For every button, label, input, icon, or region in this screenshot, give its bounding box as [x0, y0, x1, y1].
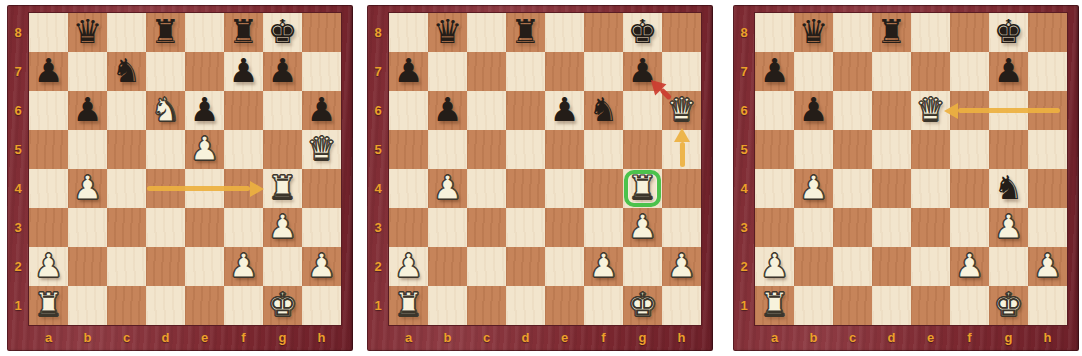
square-a8: [29, 13, 68, 52]
square-g6: [263, 91, 302, 130]
square-d4: [506, 169, 545, 208]
rank-label-4: 4: [367, 169, 389, 208]
square-g6: [989, 91, 1028, 130]
square-f1: [950, 286, 989, 325]
rank-label-2: 2: [367, 247, 389, 286]
square-e7: [545, 52, 584, 91]
square-f1: [224, 286, 263, 325]
square-g1: ♚: [989, 286, 1028, 325]
square-a3: [389, 208, 428, 247]
square-g8: ♚: [623, 13, 662, 52]
square-f7: ♟: [224, 52, 263, 91]
rank-label-4: 4: [733, 169, 755, 208]
square-g2: [623, 247, 662, 286]
file-label-b: b: [68, 325, 107, 351]
white-pawn-g3: ♟: [263, 208, 302, 247]
square-f3: [224, 208, 263, 247]
square-f3: [950, 208, 989, 247]
square-h4: [1028, 169, 1067, 208]
square-g4: ♜: [263, 169, 302, 208]
square-d3: [146, 208, 185, 247]
white-pawn-g3: ♟: [623, 208, 662, 247]
square-h3: [662, 208, 701, 247]
square-d8: ♜: [872, 13, 911, 52]
square-h8: [662, 13, 701, 52]
square-f8: ♜: [224, 13, 263, 52]
square-e3: [911, 208, 950, 247]
square-e6: ♟: [185, 91, 224, 130]
file-label-g: g: [989, 325, 1028, 351]
square-e4: [911, 169, 950, 208]
square-f5: [584, 130, 623, 169]
black-pawn-a7: ♟: [755, 52, 794, 91]
white-king-g1: ♚: [989, 286, 1028, 325]
file-label-d: d: [872, 325, 911, 351]
black-rook-d8: ♜: [146, 13, 185, 52]
black-queen-b8: ♛: [794, 13, 833, 52]
square-e3: [185, 208, 224, 247]
square-a1: ♜: [755, 286, 794, 325]
square-a5: [755, 130, 794, 169]
square-g7: ♟: [989, 52, 1028, 91]
file-labels-2: abcdefgh: [367, 325, 713, 351]
black-rook-d8: ♜: [872, 13, 911, 52]
square-g5: [989, 130, 1028, 169]
file-label-c: c: [833, 325, 872, 351]
square-d8: ♜: [506, 13, 545, 52]
square-e5: [911, 130, 950, 169]
rank-label-5: 5: [733, 130, 755, 169]
square-a6: [755, 91, 794, 130]
black-king-g8: ♚: [263, 13, 302, 52]
square-d7: [872, 52, 911, 91]
square-e5: ♟: [185, 130, 224, 169]
square-b8: ♛: [794, 13, 833, 52]
square-a4: [755, 169, 794, 208]
black-king-g8: ♚: [623, 13, 662, 52]
square-c1: [467, 286, 506, 325]
square-h3: [1028, 208, 1067, 247]
square-c4: [107, 169, 146, 208]
square-h2: ♟: [662, 247, 701, 286]
square-c2: [107, 247, 146, 286]
rank-label-8: 8: [7, 13, 29, 52]
white-pawn-f2: ♟: [584, 247, 623, 286]
square-d2: [146, 247, 185, 286]
rank-label-8: 8: [367, 13, 389, 52]
square-d1: [146, 286, 185, 325]
square-b1: [428, 286, 467, 325]
rank-label-3: 3: [7, 208, 29, 247]
square-a4: [29, 169, 68, 208]
square-e8: [911, 13, 950, 52]
rank-label-7: 7: [7, 52, 29, 91]
square-a1: ♜: [29, 286, 68, 325]
white-rook-g4: ♜: [263, 169, 302, 208]
white-rook-a1: ♜: [755, 286, 794, 325]
rank-label-7: 7: [367, 52, 389, 91]
white-knight-d6: ♞: [146, 91, 185, 130]
square-f6: [950, 91, 989, 130]
square-c3: [107, 208, 146, 247]
square-g3: ♟: [623, 208, 662, 247]
square-b1: [68, 286, 107, 325]
square-g6: [623, 91, 662, 130]
square-f2: ♟: [950, 247, 989, 286]
square-g5: [623, 130, 662, 169]
file-label-c: c: [107, 325, 146, 351]
square-d7: [506, 52, 545, 91]
board-grid-2: ♛♜♚♟♟♟♟♞♛♟♜♟♟♟♟♜♚: [389, 13, 701, 325]
square-b5: [68, 130, 107, 169]
white-pawn-h2: ♟: [1028, 247, 1067, 286]
square-g8: ♚: [989, 13, 1028, 52]
square-b2: [794, 247, 833, 286]
square-b2: [428, 247, 467, 286]
square-f2: ♟: [224, 247, 263, 286]
rank-label-6: 6: [7, 91, 29, 130]
square-d6: [506, 91, 545, 130]
white-pawn-a2: ♟: [389, 247, 428, 286]
black-pawn-a7: ♟: [29, 52, 68, 91]
square-d2: [506, 247, 545, 286]
square-e3: [545, 208, 584, 247]
square-g7: ♟: [623, 52, 662, 91]
chess-diagram-strip: ♛♜♜♚♟♞♟♟♟♞♟♟♟♛♟♜♟♟♟♟♜♚ 87654321 abcdefgh…: [0, 0, 1082, 351]
black-king-g8: ♚: [989, 13, 1028, 52]
square-e2: [545, 247, 584, 286]
square-h3: [302, 208, 341, 247]
square-f7: [584, 52, 623, 91]
square-h1: [662, 286, 701, 325]
chess-diagram-2: ♛♜♚♟♟♟♟♞♛♟♜♟♟♟♟♜♚ 87654321 abcdefgh: [367, 5, 713, 351]
square-a4: [389, 169, 428, 208]
file-label-d: d: [146, 325, 185, 351]
square-b6: ♟: [794, 91, 833, 130]
square-c4: [833, 169, 872, 208]
white-queen-h5: ♛: [302, 130, 341, 169]
square-e2: [185, 247, 224, 286]
square-e4: [185, 169, 224, 208]
rank-label-2: 2: [7, 247, 29, 286]
square-c5: [107, 130, 146, 169]
file-label-d: d: [506, 325, 545, 351]
square-f1: [584, 286, 623, 325]
square-c2: [833, 247, 872, 286]
square-a2: ♟: [755, 247, 794, 286]
square-c5: [467, 130, 506, 169]
square-a7: ♟: [29, 52, 68, 91]
rank-label-7: 7: [733, 52, 755, 91]
square-a1: ♜: [389, 286, 428, 325]
square-e8: [185, 13, 224, 52]
white-rook-g4: ♜: [623, 169, 662, 208]
square-g5: [263, 130, 302, 169]
file-label-h: h: [1028, 325, 1067, 351]
black-rook-f8: ♜: [224, 13, 263, 52]
square-d8: ♜: [146, 13, 185, 52]
square-b4: ♟: [428, 169, 467, 208]
square-d1: [872, 286, 911, 325]
square-h8: [302, 13, 341, 52]
square-d6: [872, 91, 911, 130]
square-c8: [107, 13, 146, 52]
square-e6: ♛: [911, 91, 950, 130]
rank-label-6: 6: [367, 91, 389, 130]
square-a2: ♟: [29, 247, 68, 286]
square-a5: [389, 130, 428, 169]
square-b3: [428, 208, 467, 247]
black-rook-d8: ♜: [506, 13, 545, 52]
square-h6: ♟: [302, 91, 341, 130]
black-pawn-b6: ♟: [794, 91, 833, 130]
black-pawn-f7: ♟: [224, 52, 263, 91]
rank-label-3: 3: [367, 208, 389, 247]
square-b7: [794, 52, 833, 91]
square-g8: ♚: [263, 13, 302, 52]
square-c7: [467, 52, 506, 91]
file-label-e: e: [545, 325, 584, 351]
square-c8: [833, 13, 872, 52]
file-label-e: e: [185, 325, 224, 351]
rank-label-1: 1: [733, 286, 755, 325]
square-b7: [68, 52, 107, 91]
square-h6: [1028, 91, 1067, 130]
square-e8: [545, 13, 584, 52]
square-b3: [68, 208, 107, 247]
white-pawn-a2: ♟: [29, 247, 68, 286]
square-f6: ♞: [584, 91, 623, 130]
black-queen-b8: ♛: [68, 13, 107, 52]
square-a5: [29, 130, 68, 169]
square-b2: [68, 247, 107, 286]
square-b8: ♛: [428, 13, 467, 52]
square-c7: [833, 52, 872, 91]
square-d5: [506, 130, 545, 169]
square-g3: ♟: [989, 208, 1028, 247]
square-d5: [146, 130, 185, 169]
square-h1: [1028, 286, 1067, 325]
square-a7: ♟: [755, 52, 794, 91]
square-f3: [584, 208, 623, 247]
square-g1: ♚: [263, 286, 302, 325]
square-f4: [224, 169, 263, 208]
square-b1: [794, 286, 833, 325]
square-a3: [755, 208, 794, 247]
square-b5: [794, 130, 833, 169]
square-d4: [146, 169, 185, 208]
square-f7: [950, 52, 989, 91]
square-h4: [302, 169, 341, 208]
square-h2: ♟: [1028, 247, 1067, 286]
square-d1: [506, 286, 545, 325]
square-c4: [467, 169, 506, 208]
black-pawn-g7: ♟: [263, 52, 302, 91]
square-d7: [146, 52, 185, 91]
square-c6: [467, 91, 506, 130]
square-h6: ♛: [662, 91, 701, 130]
white-pawn-b4: ♟: [428, 169, 467, 208]
square-e2: [911, 247, 950, 286]
white-king-g1: ♚: [263, 286, 302, 325]
square-a6: [29, 91, 68, 130]
square-a3: [29, 208, 68, 247]
square-h4: [662, 169, 701, 208]
square-h5: [1028, 130, 1067, 169]
square-f8: [584, 13, 623, 52]
square-g4: ♞: [989, 169, 1028, 208]
black-knight-g4: ♞: [989, 169, 1028, 208]
file-label-g: g: [263, 325, 302, 351]
square-b8: ♛: [68, 13, 107, 52]
square-a7: ♟: [389, 52, 428, 91]
square-h8: [1028, 13, 1067, 52]
file-labels-3: abcdefgh: [733, 325, 1079, 351]
file-label-f: f: [950, 325, 989, 351]
rank-label-1: 1: [7, 286, 29, 325]
square-g2: [989, 247, 1028, 286]
white-pawn-f2: ♟: [950, 247, 989, 286]
square-b7: [428, 52, 467, 91]
square-b4: ♟: [68, 169, 107, 208]
chess-diagram-3: ♛♜♚♟♟♟♛♟♞♟♟♟♟♜♚ 87654321 abcdefgh: [733, 5, 1079, 351]
file-label-b: b: [794, 325, 833, 351]
square-g1: ♚: [623, 286, 662, 325]
square-g4: ♜: [623, 169, 662, 208]
square-f2: ♟: [584, 247, 623, 286]
square-d2: [872, 247, 911, 286]
file-label-h: h: [302, 325, 341, 351]
square-e4: [545, 169, 584, 208]
file-label-e: e: [911, 325, 950, 351]
square-e1: [185, 286, 224, 325]
black-pawn-a7: ♟: [389, 52, 428, 91]
square-b3: [794, 208, 833, 247]
square-g2: [263, 247, 302, 286]
square-e7: [911, 52, 950, 91]
square-c3: [467, 208, 506, 247]
white-queen-h6: ♛: [662, 91, 701, 130]
square-b6: ♟: [428, 91, 467, 130]
rank-label-2: 2: [733, 247, 755, 286]
rank-label-8: 8: [733, 13, 755, 52]
square-b4: ♟: [794, 169, 833, 208]
file-label-f: f: [584, 325, 623, 351]
file-label-a: a: [389, 325, 428, 351]
square-f4: [950, 169, 989, 208]
square-e1: [545, 286, 584, 325]
rank-label-4: 4: [7, 169, 29, 208]
rank-label-5: 5: [7, 130, 29, 169]
square-h7: [662, 52, 701, 91]
black-knight-f6: ♞: [584, 91, 623, 130]
white-pawn-h2: ♟: [302, 247, 341, 286]
square-h1: [302, 286, 341, 325]
square-a6: [389, 91, 428, 130]
file-label-a: a: [755, 325, 794, 351]
rank-label-3: 3: [733, 208, 755, 247]
square-c8: [467, 13, 506, 52]
square-g7: ♟: [263, 52, 302, 91]
white-queen-e6: ♛: [911, 91, 950, 130]
square-f5: [224, 130, 263, 169]
white-pawn-a2: ♟: [755, 247, 794, 286]
black-knight-c7: ♞: [107, 52, 146, 91]
square-f4: [584, 169, 623, 208]
square-a2: ♟: [389, 247, 428, 286]
square-c7: ♞: [107, 52, 146, 91]
white-rook-a1: ♜: [389, 286, 428, 325]
square-f5: [950, 130, 989, 169]
black-pawn-g7: ♟: [623, 52, 662, 91]
square-c1: [107, 286, 146, 325]
rank-label-5: 5: [367, 130, 389, 169]
square-g3: ♟: [263, 208, 302, 247]
square-c6: [833, 91, 872, 130]
square-e7: [185, 52, 224, 91]
square-f8: [950, 13, 989, 52]
square-h2: ♟: [302, 247, 341, 286]
rank-label-1: 1: [367, 286, 389, 325]
black-pawn-b6: ♟: [68, 91, 107, 130]
square-h5: [662, 130, 701, 169]
square-h5: ♛: [302, 130, 341, 169]
file-label-g: g: [623, 325, 662, 351]
file-label-a: a: [29, 325, 68, 351]
square-a8: [389, 13, 428, 52]
square-b5: [428, 130, 467, 169]
square-d4: [872, 169, 911, 208]
white-pawn-f2: ♟: [224, 247, 263, 286]
square-b6: ♟: [68, 91, 107, 130]
square-h7: [1028, 52, 1067, 91]
white-pawn-g3: ♟: [989, 208, 1028, 247]
black-pawn-g7: ♟: [989, 52, 1028, 91]
rank-label-6: 6: [733, 91, 755, 130]
square-c5: [833, 130, 872, 169]
square-e6: ♟: [545, 91, 584, 130]
square-c6: [107, 91, 146, 130]
file-label-h: h: [662, 325, 701, 351]
square-c2: [467, 247, 506, 286]
white-king-g1: ♚: [623, 286, 662, 325]
square-d5: [872, 130, 911, 169]
white-pawn-b4: ♟: [68, 169, 107, 208]
file-labels-1: abcdefgh: [7, 325, 353, 351]
square-h7: [302, 52, 341, 91]
square-d6: ♞: [146, 91, 185, 130]
square-a8: [755, 13, 794, 52]
file-label-b: b: [428, 325, 467, 351]
white-pawn-b4: ♟: [794, 169, 833, 208]
square-d3: [506, 208, 545, 247]
file-label-f: f: [224, 325, 263, 351]
black-queen-b8: ♛: [428, 13, 467, 52]
white-pawn-h2: ♟: [662, 247, 701, 286]
file-label-c: c: [467, 325, 506, 351]
board-grid-3: ♛♜♚♟♟♟♛♟♞♟♟♟♟♜♚: [755, 13, 1067, 325]
square-f6: [224, 91, 263, 130]
square-e1: [911, 286, 950, 325]
black-pawn-b6: ♟: [428, 91, 467, 130]
board-grid-1: ♛♜♜♚♟♞♟♟♟♞♟♟♟♛♟♜♟♟♟♟♜♚: [29, 13, 341, 325]
black-pawn-e6: ♟: [545, 91, 584, 130]
square-d3: [872, 208, 911, 247]
square-e5: [545, 130, 584, 169]
black-pawn-h6: ♟: [302, 91, 341, 130]
black-pawn-e6: ♟: [185, 91, 224, 130]
white-rook-a1: ♜: [29, 286, 68, 325]
